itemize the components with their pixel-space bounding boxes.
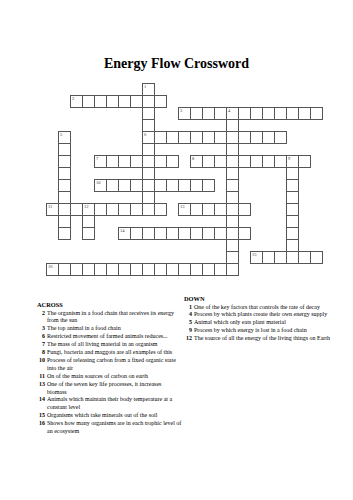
crossword-cell[interactable] [166, 155, 179, 168]
crossword-cell[interactable] [310, 107, 323, 120]
clue-text: The source of all the energy of the livi… [194, 335, 330, 343]
crossword-cell[interactable] [310, 251, 323, 264]
crossword-cell[interactable] [226, 263, 239, 276]
crossword-cell[interactable] [154, 95, 167, 108]
across-clues-section: ACROSS 2The organism in a food chain tha… [37, 301, 182, 436]
down-clue-list: 1One of the key factors that controls th… [184, 304, 348, 344]
clue-number: 14 [37, 396, 45, 412]
clue-number: 15 [37, 412, 45, 420]
clue: 11On of the main sources of carbon on ea… [37, 373, 182, 381]
clue-text: One of the seven key life processes, it … [47, 381, 182, 397]
cell-number: 14 [120, 228, 125, 233]
clue: 6Restricted movement of farmed animals r… [37, 333, 182, 341]
down-clues-section: DOWN 1One of the key factors that contro… [184, 295, 348, 343]
clue-text: One of the key factors that controls the… [194, 304, 320, 312]
clue-text: The mass of all living material in an or… [47, 341, 158, 349]
clue-number: 12 [184, 335, 192, 343]
clue-number: 1 [184, 304, 192, 312]
crossword-grid: 12345678910111213141516 [46, 83, 324, 277]
across-header: ACROSS [37, 301, 182, 308]
crossword-cell[interactable] [58, 227, 71, 240]
clue: 9Process by which energy is lost in a fo… [184, 327, 348, 335]
cell-number: 13 [180, 204, 185, 209]
crossword-cell[interactable] [202, 179, 215, 192]
clue-number: 8 [37, 349, 45, 357]
clue-number: 11 [37, 373, 45, 381]
clue-number: 3 [37, 325, 45, 333]
clue-text: Process of releasing carbon from a fixed… [47, 357, 182, 373]
clue: 7The mass of all living material in an o… [37, 341, 182, 349]
crossword-cell[interactable] [274, 131, 287, 144]
clue: 3The top animal in a food chain [37, 325, 182, 333]
clue: 5Animal which only eats plant material [184, 319, 348, 327]
clue-number: 7 [37, 341, 45, 349]
cell-number: 12 [84, 204, 89, 209]
clue-text: The organism in a food chain that receiv… [47, 310, 182, 326]
clue-number: 13 [37, 381, 45, 397]
clue-number: 10 [37, 357, 45, 373]
clue-number: 4 [184, 311, 192, 319]
clue-number: 16 [37, 420, 45, 436]
clue-number: 2 [37, 310, 45, 326]
cell-number: 4 [228, 108, 230, 113]
clue: 1One of the key factors that controls th… [184, 304, 348, 312]
cell-number: 2 [72, 96, 74, 101]
clue: 4Process by which plants create their ow… [184, 311, 348, 319]
clue-text: Restricted movement of farmed animals re… [47, 333, 168, 341]
clue: 10Process of releasing carbon from a fix… [37, 357, 182, 373]
crossword-cell[interactable] [238, 203, 251, 216]
clue-text: Animal which only eats plant material [194, 319, 286, 327]
clue-text: Shows how many organisms are in each tro… [47, 420, 182, 436]
clue: 16Shows how many organisms are in each t… [37, 420, 182, 436]
across-clue-list: 2The organism in a food chain that recei… [37, 310, 182, 437]
down-header: DOWN [184, 295, 348, 302]
cell-number: 11 [48, 204, 52, 209]
crossword-cell[interactable] [154, 203, 167, 216]
cell-number: 10 [96, 180, 101, 185]
crossword-cell[interactable] [298, 155, 311, 168]
cell-number: 1 [144, 84, 146, 89]
clue: 8Fungi, bacteria and maggots are all exa… [37, 349, 182, 357]
clue-text: Animals which maintain their body temper… [47, 396, 182, 412]
cell-number: 7 [96, 156, 98, 161]
clue-number: 9 [184, 327, 192, 335]
clue: 15Organisms which take minerals out of t… [37, 412, 182, 420]
crossword-cell[interactable] [238, 227, 251, 240]
clue-text: Organisms which take minerals out of the… [47, 412, 157, 420]
clue-number: 6 [37, 333, 45, 341]
clue-text: Process by which plants create their own… [194, 311, 327, 319]
cell-number: 8 [192, 156, 194, 161]
crossword-cell[interactable] [82, 227, 95, 240]
clue: 13One of the seven key life processes, i… [37, 381, 182, 397]
clue-text: On of the main sources of carbon on eart… [47, 373, 148, 381]
clue-text: The top animal in a food chain [47, 325, 121, 333]
cell-number: 9 [288, 156, 290, 161]
clue-text: Fungi, bacteria and maggots are all exam… [47, 349, 172, 357]
clue: 2The organism in a food chain that recei… [37, 310, 182, 326]
page-title: Energy Flow Crossword [0, 56, 353, 72]
cell-number: 3 [180, 108, 182, 113]
cell-number: 5 [60, 132, 62, 137]
clue: 12The source of all the energy of the li… [184, 335, 348, 343]
clue-number: 5 [184, 319, 192, 327]
cell-number: 16 [48, 264, 53, 269]
cell-number: 6 [144, 132, 146, 137]
cell-number: 15 [252, 252, 257, 257]
clue: 14Animals which maintain their body temp… [37, 396, 182, 412]
worksheet-page: Energy Flow Crossword 123456789101112131… [0, 0, 353, 500]
clue-text: Process by which energy is lost in a foo… [194, 327, 307, 335]
